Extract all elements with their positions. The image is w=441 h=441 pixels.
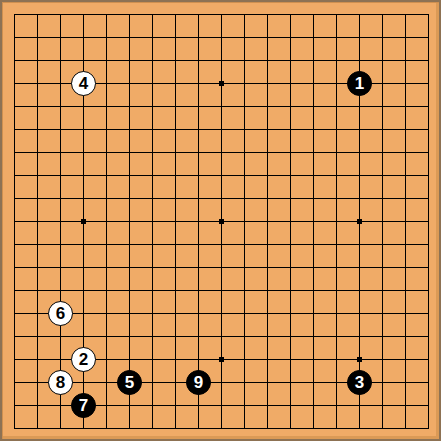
grid-line-vertical (267, 14, 268, 429)
star-point (219, 357, 224, 362)
grid-line-vertical (382, 14, 383, 429)
star-point (357, 219, 362, 224)
grid-line-vertical (405, 14, 406, 429)
grid-line-vertical (428, 14, 429, 429)
grid-line-horizontal (14, 336, 429, 337)
star-point (357, 357, 362, 362)
stone-5-black-F3: 5 (117, 370, 142, 395)
grid-line-vertical (336, 14, 337, 429)
stone-2-white-D4: 2 (71, 347, 96, 372)
grid-line-horizontal (14, 313, 429, 314)
stone-7-black-D2: 7 (71, 393, 96, 418)
star-point (219, 219, 224, 224)
grid-line-horizontal (14, 244, 429, 245)
stone-3-black-Q3: 3 (347, 370, 372, 395)
go-board: 123456789 (0, 0, 441, 441)
grid-line-horizontal (14, 428, 429, 429)
stone-9-black-J3: 9 (186, 370, 211, 395)
stone-4-white-D16: 4 (71, 71, 96, 96)
grid-line-vertical (313, 14, 314, 429)
grid-line-horizontal (14, 290, 429, 291)
grid-line-vertical (290, 14, 291, 429)
star-point (81, 219, 86, 224)
stone-8-white-C3: 8 (48, 370, 73, 395)
stone-6-white-C6: 6 (48, 301, 73, 326)
grid-line-vertical (244, 14, 245, 429)
stone-1-black-Q16: 1 (347, 71, 372, 96)
grid-line-horizontal (14, 267, 429, 268)
star-point (219, 81, 224, 86)
